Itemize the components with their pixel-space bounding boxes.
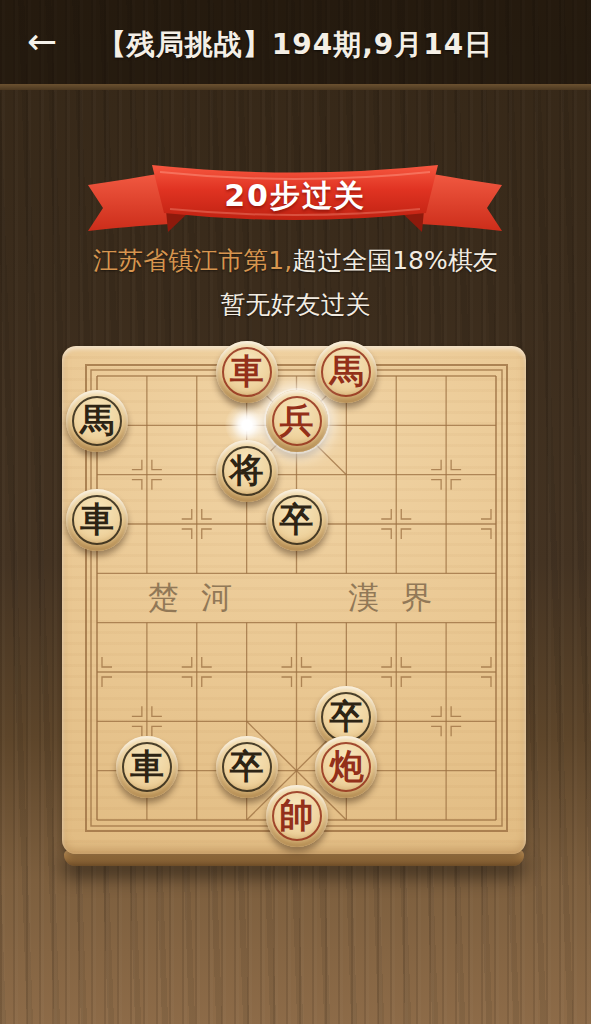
river-label-right: 漢界 — [326, 577, 454, 619]
screen: ← 【残局挑战】194期,9月14日 — [0, 0, 591, 1024]
piece-black-卒[interactable]: 卒 — [216, 736, 278, 798]
piece-character: 馬 — [329, 354, 363, 388]
banner-text: 20步过关 — [80, 176, 510, 217]
piece-black-車[interactable]: 車 — [66, 489, 128, 551]
piece-red-帥[interactable]: 帥 — [266, 785, 328, 847]
piece-red-炮[interactable]: 炮 — [315, 736, 377, 798]
friends-line: 暂无好友过关 — [0, 288, 591, 321]
piece-character: 帥 — [280, 798, 314, 832]
piece-character: 車 — [230, 354, 264, 388]
banner-ribbon: 20步过关 — [80, 152, 510, 252]
piece-character: 卒 — [280, 502, 314, 536]
piece-black-卒[interactable]: 卒 — [266, 489, 328, 551]
piece-black-馬[interactable]: 馬 — [66, 390, 128, 452]
rank-rest: 超过全国18%棋友 — [292, 246, 498, 275]
piece-character: 車 — [80, 502, 114, 536]
piece-character: 車 — [130, 749, 164, 783]
piece-red-馬[interactable]: 馬 — [315, 341, 377, 403]
piece-black-車[interactable]: 車 — [116, 736, 178, 798]
piece-character: 兵 — [280, 403, 314, 437]
rank-line: 江苏省镇江市第1,超过全国18%棋友 — [0, 244, 591, 277]
piece-black-将[interactable]: 将 — [216, 440, 278, 502]
river-label-left: 楚河 — [126, 577, 254, 619]
piece-character: 馬 — [80, 403, 114, 437]
xiangqi-board[interactable]: 楚河 漢界 車馬兵馬将車卒卒車卒炮帥 — [62, 346, 526, 854]
rank-highlight: 江苏省镇江市第1, — [93, 246, 292, 275]
piece-character: 卒 — [329, 699, 363, 733]
piece-character: 炮 — [329, 749, 363, 783]
piece-red-兵[interactable]: 兵 — [266, 390, 328, 452]
piece-red-車[interactable]: 車 — [216, 341, 278, 403]
piece-character: 将 — [230, 453, 264, 487]
header: ← 【残局挑战】194期,9月14日 — [0, 0, 591, 84]
piece-character: 卒 — [230, 749, 264, 783]
page-title: 【残局挑战】194期,9月14日 — [0, 0, 591, 90]
